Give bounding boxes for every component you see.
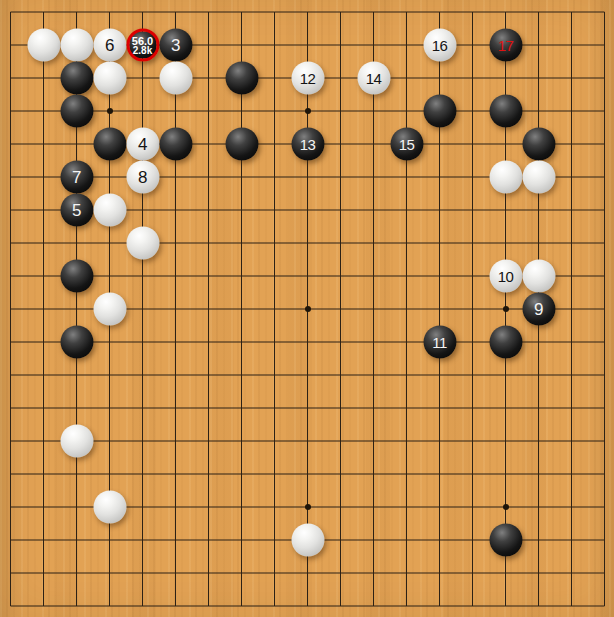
stone-black-C14[interactable]: 7 bbox=[60, 161, 93, 194]
star-point bbox=[107, 108, 113, 114]
move-number-label: 9 bbox=[534, 301, 543, 318]
stone-white-F17[interactable] bbox=[159, 62, 192, 95]
move-number-label: 6 bbox=[105, 37, 114, 54]
stone-white-C18[interactable] bbox=[60, 29, 93, 62]
stone-white-M17[interactable]: 14 bbox=[357, 62, 390, 95]
star-point bbox=[305, 108, 311, 114]
stone-black-K15[interactable]: 13 bbox=[291, 128, 324, 161]
stone-white-K17[interactable]: 12 bbox=[291, 62, 324, 95]
stone-black-R10[interactable]: 9 bbox=[522, 293, 555, 326]
stone-white-C6[interactable] bbox=[60, 425, 93, 458]
stone-black-D15[interactable] bbox=[93, 128, 126, 161]
stone-black-O9[interactable]: 11 bbox=[423, 326, 456, 359]
stone-white-D13[interactable] bbox=[93, 194, 126, 227]
stone-black-C9[interactable] bbox=[60, 326, 93, 359]
stone-white-Q11[interactable]: 10 bbox=[489, 260, 522, 293]
stone-white-Q14[interactable] bbox=[489, 161, 522, 194]
winrate-visits-label: 56.02.8k bbox=[132, 35, 153, 55]
move-number-label: 5 bbox=[72, 202, 81, 219]
move-number-label: 10 bbox=[498, 269, 514, 284]
move-number-label: 4 bbox=[138, 136, 147, 153]
star-point bbox=[503, 504, 509, 510]
move-number-label: 7 bbox=[72, 169, 81, 186]
stone-white-O18[interactable]: 16 bbox=[423, 29, 456, 62]
stone-black-H15[interactable] bbox=[225, 128, 258, 161]
stone-black-C16[interactable] bbox=[60, 95, 93, 128]
stone-black-C11[interactable] bbox=[60, 260, 93, 293]
stone-white-E15[interactable]: 4 bbox=[126, 128, 159, 161]
move-number-label: 3 bbox=[171, 37, 180, 54]
stone-white-D18[interactable]: 6 bbox=[93, 29, 126, 62]
stone-white-R14[interactable] bbox=[522, 161, 555, 194]
star-point bbox=[503, 306, 509, 312]
move-number-label: 11 bbox=[432, 335, 447, 350]
go-board[interactable]: 656.02.8k3161712144131578510911 bbox=[0, 0, 614, 617]
move-number-label: 16 bbox=[432, 38, 448, 53]
stone-black-Q9[interactable] bbox=[489, 326, 522, 359]
stone-black-E18[interactable]: 56.02.8k bbox=[126, 29, 159, 62]
move-number-label: 12 bbox=[300, 71, 316, 86]
stone-black-Q3[interactable] bbox=[489, 524, 522, 557]
move-number-label: 15 bbox=[399, 137, 415, 152]
move-number-label: 17 bbox=[498, 38, 514, 53]
star-point bbox=[305, 504, 311, 510]
stone-black-C17[interactable] bbox=[60, 62, 93, 95]
stone-black-Q18[interactable]: 17 bbox=[489, 29, 522, 62]
stone-black-R15[interactable] bbox=[522, 128, 555, 161]
stone-black-H17[interactable] bbox=[225, 62, 258, 95]
stone-black-N15[interactable]: 15 bbox=[390, 128, 423, 161]
star-point bbox=[305, 306, 311, 312]
stone-white-R11[interactable] bbox=[522, 260, 555, 293]
stone-black-Q16[interactable] bbox=[489, 95, 522, 128]
stone-white-E14[interactable]: 8 bbox=[126, 161, 159, 194]
stone-white-E12[interactable] bbox=[126, 227, 159, 260]
move-number-label: 13 bbox=[300, 137, 316, 152]
stone-white-B18[interactable] bbox=[27, 29, 60, 62]
stone-black-O16[interactable] bbox=[423, 95, 456, 128]
stone-black-F18[interactable]: 3 bbox=[159, 29, 192, 62]
stone-white-K3[interactable] bbox=[291, 524, 324, 557]
move-number-label: 14 bbox=[366, 71, 382, 86]
stone-white-D17[interactable] bbox=[93, 62, 126, 95]
stone-white-D10[interactable] bbox=[93, 293, 126, 326]
stone-black-C13[interactable]: 5 bbox=[60, 194, 93, 227]
stone-black-F15[interactable] bbox=[159, 128, 192, 161]
move-number-label: 8 bbox=[138, 169, 147, 186]
stone-white-D4[interactable] bbox=[93, 491, 126, 524]
